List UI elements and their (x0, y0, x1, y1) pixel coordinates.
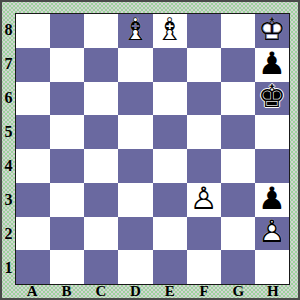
square-b7[interactable] (50, 48, 84, 82)
file-label-d: D (118, 285, 152, 298)
square-e5[interactable] (153, 115, 187, 149)
square-d3[interactable] (118, 183, 152, 217)
file-label-g: G (221, 285, 255, 298)
square-f2[interactable] (187, 217, 221, 251)
square-e7[interactable] (153, 48, 187, 82)
pawn-solid-glyph: ♟ (258, 183, 286, 214)
square-b8[interactable] (50, 14, 84, 48)
square-g8[interactable] (221, 14, 255, 48)
square-c5[interactable] (84, 115, 118, 149)
square-f5[interactable] (187, 115, 221, 149)
pawn-outline-glyph: ♙ (258, 217, 286, 248)
square-f6[interactable] (187, 82, 221, 116)
file-labels: ABCDEFGH (15, 285, 290, 298)
square-d4[interactable] (118, 149, 152, 183)
rank-label-6: 6 (2, 81, 15, 115)
square-h8[interactable]: ♚♔ (255, 14, 289, 48)
square-h1[interactable] (255, 250, 289, 284)
king-outline-glyph: ♔ (258, 14, 286, 45)
square-g6[interactable] (221, 82, 255, 116)
square-g4[interactable] (221, 149, 255, 183)
square-b2[interactable] (50, 217, 84, 251)
square-a1[interactable] (16, 250, 50, 284)
piece-black-pawn[interactable]: ♟ (255, 48, 289, 82)
square-b6[interactable] (50, 82, 84, 116)
square-b1[interactable] (50, 250, 84, 284)
square-a2[interactable] (16, 217, 50, 251)
square-a7[interactable] (16, 48, 50, 82)
square-f4[interactable] (187, 149, 221, 183)
rank-label-8: 8 (2, 13, 15, 47)
square-a8[interactable] (16, 14, 50, 48)
square-h7[interactable]: ♟ (255, 48, 289, 82)
square-h4[interactable] (255, 149, 289, 183)
file-label-h: H (256, 285, 290, 298)
square-b5[interactable] (50, 115, 84, 149)
file-label-c: C (84, 285, 118, 298)
square-h3[interactable]: ♟ (255, 183, 289, 217)
square-c8[interactable] (84, 14, 118, 48)
rank-label-1: 1 (2, 251, 15, 285)
square-h6[interactable]: ♚ (255, 82, 289, 116)
square-b3[interactable] (50, 183, 84, 217)
square-e6[interactable] (153, 82, 187, 116)
rank-label-5: 5 (2, 115, 15, 149)
square-a6[interactable] (16, 82, 50, 116)
bishop-outline-glyph: ♗ (122, 14, 150, 45)
square-d1[interactable] (118, 250, 152, 284)
square-a5[interactable] (16, 115, 50, 149)
square-f7[interactable] (187, 48, 221, 82)
piece-white-bishop[interactable]: ♝♗ (153, 14, 187, 48)
square-g7[interactable] (221, 48, 255, 82)
chess-diagram: 87654321 ABCDEFGH ♝♗♝♗♚♔♟♚♟♙♟♟♙ (0, 0, 300, 300)
piece-white-king[interactable]: ♚♔ (255, 14, 289, 48)
square-g5[interactable] (221, 115, 255, 149)
square-d8[interactable]: ♝♗ (118, 14, 152, 48)
square-e4[interactable] (153, 149, 187, 183)
square-h5[interactable] (255, 115, 289, 149)
square-b4[interactable] (50, 149, 84, 183)
king-solid-glyph: ♚ (258, 82, 286, 113)
square-e2[interactable] (153, 217, 187, 251)
square-d2[interactable] (118, 217, 152, 251)
square-a3[interactable] (16, 183, 50, 217)
square-d6[interactable] (118, 82, 152, 116)
square-c7[interactable] (84, 48, 118, 82)
square-f1[interactable] (187, 250, 221, 284)
square-c1[interactable] (84, 250, 118, 284)
piece-white-pawn[interactable]: ♟♙ (255, 217, 289, 251)
rank-label-2: 2 (2, 217, 15, 251)
square-c2[interactable] (84, 217, 118, 251)
square-c4[interactable] (84, 149, 118, 183)
pawn-outline-glyph: ♙ (190, 183, 218, 214)
square-e3[interactable] (153, 183, 187, 217)
piece-black-pawn[interactable]: ♟ (255, 183, 289, 217)
square-e8[interactable]: ♝♗ (153, 14, 187, 48)
pawn-solid-glyph: ♟ (258, 48, 286, 79)
bishop-outline-glyph: ♗ (156, 14, 184, 45)
square-d7[interactable] (118, 48, 152, 82)
square-c6[interactable] (84, 82, 118, 116)
chess-board: ♝♗♝♗♚♔♟♚♟♙♟♟♙ (15, 13, 290, 285)
square-g1[interactable] (221, 250, 255, 284)
square-d5[interactable] (118, 115, 152, 149)
file-label-a: A (15, 285, 49, 298)
rank-label-3: 3 (2, 183, 15, 217)
square-c3[interactable] (84, 183, 118, 217)
piece-white-pawn[interactable]: ♟♙ (187, 183, 221, 217)
square-h2[interactable]: ♟♙ (255, 217, 289, 251)
file-label-b: B (49, 285, 83, 298)
square-f8[interactable] (187, 14, 221, 48)
square-g2[interactable] (221, 217, 255, 251)
rank-label-4: 4 (2, 149, 15, 183)
square-g3[interactable] (221, 183, 255, 217)
file-label-f: F (187, 285, 221, 298)
rank-label-7: 7 (2, 47, 15, 81)
square-e1[interactable] (153, 250, 187, 284)
piece-black-king[interactable]: ♚ (255, 82, 289, 116)
piece-white-bishop[interactable]: ♝♗ (118, 14, 152, 48)
square-f3[interactable]: ♟♙ (187, 183, 221, 217)
square-a4[interactable] (16, 149, 50, 183)
rank-labels: 87654321 (2, 13, 15, 285)
file-label-e: E (153, 285, 187, 298)
